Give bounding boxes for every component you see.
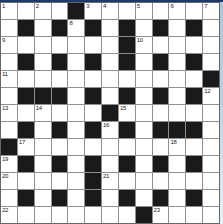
cell-r9c6[interactable] (85, 139, 101, 155)
clue-number-3: 3 (86, 3, 89, 10)
cell-r12c13[interactable] (203, 190, 219, 206)
cell-r7c3[interactable]: 14 (35, 105, 51, 121)
cell-r3c12[interactable] (186, 37, 202, 53)
right-edge-strip (220, 2, 223, 224)
clue-number-9: 9 (2, 37, 5, 44)
cell-r5c3[interactable] (35, 71, 51, 87)
cell-r9c3[interactable] (35, 139, 51, 155)
blocked-cell-r8c6 (85, 122, 101, 138)
cell-r1c1[interactable]: 1 (1, 3, 17, 19)
clue-number-19: 19 (2, 156, 8, 163)
clue-number-23: 23 (154, 207, 160, 214)
cell-r11c1[interactable]: 20 (1, 173, 17, 189)
clue-number-6: 6 (170, 3, 173, 10)
clue-number-21: 21 (103, 173, 109, 180)
blocked-cell-r4c4 (52, 54, 68, 70)
blocked-cell-r11c6 (85, 173, 101, 189)
cell-r13c10[interactable]: 23 (153, 207, 169, 223)
crossword-grid: 1234567891011121314151617181920212223 (0, 2, 220, 224)
blocked-cell-r2c12 (186, 20, 202, 36)
cell-r12c5[interactable] (68, 190, 84, 206)
cell-r5c10[interactable] (153, 71, 169, 87)
cell-r3c4[interactable] (52, 37, 68, 53)
cell-r4c3[interactable] (35, 54, 51, 70)
cell-r5c12[interactable] (186, 71, 202, 87)
cell-r9c10[interactable] (153, 139, 169, 155)
cell-r7c10[interactable] (153, 105, 169, 121)
cell-r9c12[interactable] (186, 139, 202, 155)
cell-r3c11[interactable] (169, 37, 185, 53)
blocked-cell-r12c12 (186, 190, 202, 206)
cell-r7c12[interactable] (186, 105, 202, 121)
cell-r3c9[interactable]: 10 (136, 37, 152, 53)
cell-r8c5[interactable] (68, 122, 84, 138)
cell-r6c1[interactable] (1, 88, 17, 104)
blocked-cell-r10c2 (18, 156, 34, 172)
cell-r11c10[interactable] (153, 173, 169, 189)
cell-r2c5[interactable]: 8 (68, 20, 84, 36)
cell-r10c3[interactable] (35, 156, 51, 172)
clue-number-11: 11 (2, 71, 8, 78)
blocked-cell-r2c4 (52, 20, 68, 36)
cell-r1c7[interactable]: 4 (102, 3, 118, 19)
cell-r11c7[interactable]: 21 (102, 173, 118, 189)
blocked-cell-r4c10 (153, 54, 169, 70)
clue-number-12: 12 (204, 88, 210, 95)
cell-r9c4[interactable] (52, 139, 68, 155)
cell-r11c11[interactable] (169, 173, 185, 189)
cell-r13c12[interactable] (186, 207, 202, 223)
cell-r6c9[interactable] (136, 88, 152, 104)
clue-number-7: 7 (204, 3, 207, 10)
cell-r7c11[interactable] (169, 105, 185, 121)
clue-number-15: 15 (120, 105, 126, 112)
cell-r4c7[interactable] (102, 54, 118, 70)
clue-number-17: 17 (19, 139, 25, 146)
cell-r3c10[interactable] (153, 37, 169, 53)
blocked-cell-r8c8 (119, 122, 135, 138)
cell-r4c11[interactable] (169, 54, 185, 70)
blocked-cell-r10c12 (186, 156, 202, 172)
clue-number-8: 8 (69, 20, 72, 27)
cell-r11c12[interactable] (186, 173, 202, 189)
blocked-cell-r4c6 (85, 54, 101, 70)
cell-r12c7[interactable] (102, 190, 118, 206)
blocked-cell-r7c7 (102, 105, 118, 121)
cell-r2c13[interactable] (203, 20, 219, 36)
blocked-cell-r12c10 (153, 190, 169, 206)
clue-number-1: 1 (2, 3, 5, 10)
cell-r3c13[interactable] (203, 37, 219, 53)
blocked-cell-r6c10 (153, 88, 169, 104)
cell-r2c3[interactable] (35, 20, 51, 36)
blocked-cell-r3c8 (119, 37, 135, 53)
cell-r7c5[interactable] (68, 105, 84, 121)
clue-number-2: 2 (36, 3, 39, 10)
cell-r3c2[interactable] (18, 37, 34, 53)
blocked-cell-r2c8 (119, 20, 135, 36)
clue-number-10: 10 (137, 37, 143, 44)
cell-r5c5[interactable] (68, 71, 84, 87)
cell-r6c11[interactable] (169, 88, 185, 104)
clue-number-4: 4 (103, 3, 106, 10)
clue-number-5: 5 (137, 3, 140, 10)
cell-r11c3[interactable] (35, 173, 51, 189)
blocked-cell-r4c8 (119, 54, 135, 70)
cell-r9c11[interactable]: 18 (169, 139, 185, 155)
cell-r3c5[interactable] (68, 37, 84, 53)
blocked-cell-r2c6 (85, 20, 101, 36)
cell-r6c7[interactable] (102, 88, 118, 104)
cell-r11c8[interactable] (119, 173, 135, 189)
cell-r9c8[interactable] (119, 139, 135, 155)
cell-r4c13[interactable] (203, 54, 219, 70)
cell-r5c4[interactable] (52, 71, 68, 87)
cell-r13c3[interactable] (35, 207, 51, 223)
cell-r2c1[interactable] (1, 20, 17, 36)
cell-r7c1[interactable]: 13 (1, 105, 17, 121)
blocked-cell-r5c13 (203, 71, 219, 87)
cell-r3c6[interactable] (85, 37, 101, 53)
blocked-cell-r1c5 (68, 3, 84, 19)
cell-r8c7[interactable]: 16 (102, 122, 118, 138)
cell-r11c4[interactable] (52, 173, 68, 189)
cell-r3c1[interactable]: 9 (1, 37, 17, 53)
blocked-cell-r6c12 (186, 88, 202, 104)
cell-r13c2[interactable] (18, 207, 34, 223)
cell-r5c6[interactable] (85, 71, 101, 87)
cell-r9c5[interactable] (68, 139, 84, 155)
blocked-cell-r8c10 (153, 122, 169, 138)
cell-r10c1[interactable]: 19 (1, 156, 17, 172)
cell-r1c10[interactable] (153, 3, 169, 19)
cell-r8c3[interactable] (35, 122, 51, 138)
cell-r13c8[interactable] (119, 207, 135, 223)
cell-r5c9[interactable] (136, 71, 152, 87)
cell-r9c13[interactable] (203, 139, 219, 155)
blocked-cell-r12c4 (52, 190, 68, 206)
blocked-cell-r8c12 (186, 122, 202, 138)
cell-r2c9[interactable] (136, 20, 152, 36)
clue-number-14: 14 (36, 105, 42, 112)
cell-r6c5[interactable] (68, 88, 84, 104)
blocked-cell-r6c8 (119, 88, 135, 104)
cell-r12c3[interactable] (35, 190, 51, 206)
cell-r11c2[interactable] (18, 173, 34, 189)
cell-r10c7[interactable] (102, 156, 118, 172)
cell-r11c13[interactable] (203, 173, 219, 189)
blocked-cell-r8c11 (169, 122, 185, 138)
cell-r10c9[interactable] (136, 156, 152, 172)
cell-r1c11[interactable]: 6 (169, 3, 185, 19)
cell-r5c8[interactable] (119, 71, 135, 87)
cell-r5c1[interactable]: 11 (1, 71, 17, 87)
blocked-cell-r8c2 (18, 122, 34, 138)
blocked-cell-r10c4 (52, 156, 68, 172)
blocked-cell-r2c2 (18, 20, 34, 36)
cell-r4c1[interactable] (1, 54, 17, 70)
clue-number-18: 18 (170, 139, 176, 146)
clue-number-20: 20 (2, 173, 8, 180)
clue-number-16: 16 (103, 122, 109, 129)
cell-r10c11[interactable] (169, 156, 185, 172)
cell-r7c8[interactable]: 15 (119, 105, 135, 121)
cell-r8c9[interactable] (136, 122, 152, 138)
cell-r13c4[interactable] (52, 207, 68, 223)
cell-r4c9[interactable] (136, 54, 152, 70)
cell-r2c11[interactable] (169, 20, 185, 36)
cell-r13c1[interactable]: 22 (1, 207, 17, 223)
cell-r13c11[interactable] (169, 207, 185, 223)
blocked-cell-r2c10 (153, 20, 169, 36)
blocked-cell-r10c6 (85, 156, 101, 172)
cell-r12c1[interactable] (1, 190, 17, 206)
cell-r1c6[interactable]: 3 (85, 3, 101, 19)
cell-r6c13[interactable]: 12 (203, 88, 219, 104)
cell-r7c4[interactable] (52, 105, 68, 121)
cell-r5c11[interactable] (169, 71, 185, 87)
blocked-cell-r6c3 (35, 88, 51, 104)
cell-r7c13[interactable] (203, 105, 219, 121)
cell-r7c2[interactable] (18, 105, 34, 121)
blocked-cell-r6c4 (52, 88, 68, 104)
blocked-cell-r12c2 (18, 190, 34, 206)
cell-r10c13[interactable] (203, 156, 219, 172)
cell-r12c11[interactable] (169, 190, 185, 206)
cell-r3c3[interactable] (35, 37, 51, 53)
cell-r1c4[interactable] (52, 3, 68, 19)
blocked-cell-r6c2 (18, 88, 34, 104)
cell-r9c2[interactable]: 17 (18, 139, 34, 155)
blocked-cell-r6c6 (85, 88, 101, 104)
cell-r7c6[interactable] (85, 105, 101, 121)
clue-number-22: 22 (2, 207, 8, 214)
cell-r1c12[interactable] (186, 3, 202, 19)
cell-r8c1[interactable] (1, 122, 17, 138)
cell-r10c5[interactable] (68, 156, 84, 172)
cell-r12c9[interactable] (136, 190, 152, 206)
cell-r13c5[interactable] (68, 207, 84, 223)
blocked-cell-r12c8 (119, 190, 135, 206)
blocked-cell-r4c12 (186, 54, 202, 70)
blocked-cell-r10c10 (153, 156, 169, 172)
cell-r7c9[interactable] (136, 105, 152, 121)
blocked-cell-r13c9 (136, 207, 152, 223)
cell-r8c13[interactable] (203, 122, 219, 138)
cell-r4c5[interactable] (68, 54, 84, 70)
cell-r13c13[interactable] (203, 207, 219, 223)
cell-r5c2[interactable] (18, 71, 34, 87)
blocked-cell-r8c4 (52, 122, 68, 138)
cell-r11c9[interactable] (136, 173, 152, 189)
cell-r9c7[interactable] (102, 139, 118, 155)
cell-r9c9[interactable] (136, 139, 152, 155)
cell-r1c13[interactable]: 7 (203, 3, 219, 19)
crossword-page: 1234567891011121314151617181920212223 (0, 0, 223, 224)
blocked-cell-r9c1 (1, 139, 17, 155)
cell-r1c9[interactable]: 5 (136, 3, 152, 19)
cell-r1c8[interactable] (119, 3, 135, 19)
cell-r1c3[interactable]: 2 (35, 3, 51, 19)
cell-r13c6[interactable] (85, 207, 101, 223)
cell-r5c7[interactable] (102, 71, 118, 87)
blocked-cell-r10c8 (119, 156, 135, 172)
cell-r2c7[interactable] (102, 20, 118, 36)
cell-r3c7[interactable] (102, 37, 118, 53)
blocked-cell-r4c2 (18, 54, 34, 70)
clue-number-13: 13 (2, 105, 8, 112)
cell-r13c7[interactable] (102, 207, 118, 223)
cell-r11c5[interactable] (68, 173, 84, 189)
cell-r1c2[interactable] (18, 3, 34, 19)
blocked-cell-r12c6 (85, 190, 101, 206)
